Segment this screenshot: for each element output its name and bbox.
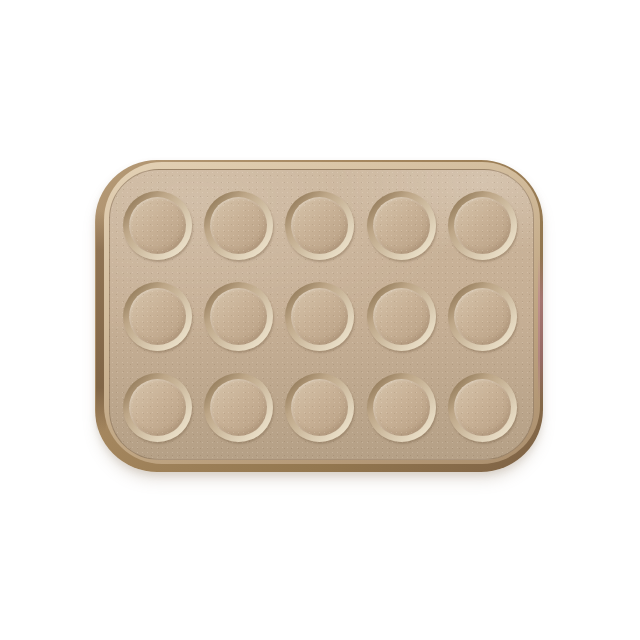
- grid-cell: [117, 180, 198, 271]
- cavity: [285, 191, 354, 260]
- baking-pan: [95, 160, 543, 472]
- grid-cell: [442, 271, 523, 362]
- cavity: [204, 282, 273, 351]
- grid-cell: [198, 362, 279, 453]
- cavity: [448, 282, 517, 351]
- cavity: [123, 191, 192, 260]
- grid-cell: [442, 362, 523, 453]
- cavity: [448, 191, 517, 260]
- grid-cell: [279, 271, 360, 362]
- grid-cell: [117, 271, 198, 362]
- grid-cell: [117, 362, 198, 453]
- cavity: [204, 373, 273, 442]
- product-photo: [0, 0, 640, 640]
- grid-cell: [442, 180, 523, 271]
- cavity: [285, 373, 354, 442]
- grid-cell: [361, 271, 442, 362]
- grid-cell: [198, 180, 279, 271]
- cavity: [204, 191, 273, 260]
- cavity: [367, 191, 436, 260]
- cavity-grid: [117, 180, 523, 453]
- cavity: [367, 282, 436, 351]
- cavity: [123, 282, 192, 351]
- cavity: [448, 373, 517, 442]
- cavity: [123, 373, 192, 442]
- grid-cell: [279, 362, 360, 453]
- grid-cell: [361, 180, 442, 271]
- cavity: [285, 282, 354, 351]
- grid-cell: [279, 180, 360, 271]
- cavity: [367, 373, 436, 442]
- grid-cell: [361, 362, 442, 453]
- grid-cell: [198, 271, 279, 362]
